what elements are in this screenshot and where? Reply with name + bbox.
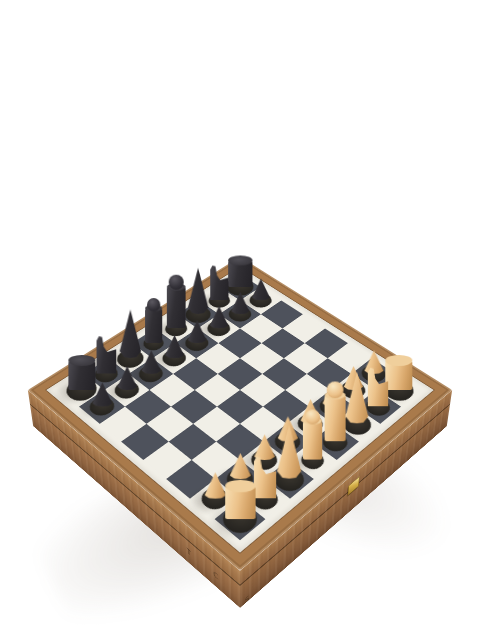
brand-mark-right: S · bbox=[245, 564, 285, 606]
black-pawn-figure bbox=[87, 382, 116, 406]
white-rook-figure bbox=[220, 486, 259, 519]
product-photo-scene: T C S · bbox=[0, 0, 480, 641]
brass-clasp[interactable] bbox=[348, 476, 360, 496]
